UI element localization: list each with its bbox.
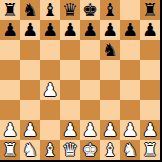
square-h7[interactable]: ♟ — [140, 20, 160, 40]
piece-white-rook[interactable]: ♜ — [142, 140, 158, 160]
square-f3[interactable] — [100, 100, 120, 120]
square-e6[interactable] — [80, 40, 100, 60]
piece-white-rook[interactable]: ♜ — [2, 140, 18, 160]
piece-black-bishop[interactable]: ♝ — [42, 0, 58, 20]
square-c4[interactable]: ♟ — [40, 80, 60, 100]
square-b2[interactable]: ♟ — [20, 120, 40, 140]
square-a8[interactable]: ♜ — [0, 0, 20, 20]
square-c2[interactable] — [40, 120, 60, 140]
square-a6[interactable] — [0, 40, 20, 60]
square-d7[interactable]: ♟ — [60, 20, 80, 40]
piece-white-pawn[interactable]: ♟ — [102, 120, 118, 140]
square-c8[interactable]: ♝ — [40, 0, 60, 20]
square-f8[interactable]: ♝ — [100, 0, 120, 20]
piece-black-knight[interactable]: ♞ — [102, 40, 118, 60]
square-b7[interactable]: ♟ — [20, 20, 40, 40]
piece-black-rook[interactable]: ♜ — [142, 0, 158, 20]
piece-white-knight[interactable]: ♞ — [22, 140, 38, 160]
square-f7[interactable]: ♟ — [100, 20, 120, 40]
square-e2[interactable]: ♟ — [80, 120, 100, 140]
square-f6[interactable]: ♞ — [100, 40, 120, 60]
piece-white-pawn[interactable]: ♟ — [142, 120, 158, 140]
piece-black-knight[interactable]: ♞ — [22, 0, 38, 20]
chess-board: ♜♞♝♛♚♝♜♟♟♟♟♟♟♟♟♞♟♟♟♟♟♟♟♟♜♞♝♛♚♝♞♜ — [0, 0, 160, 160]
square-b3[interactable] — [20, 100, 40, 120]
piece-white-pawn[interactable]: ♟ — [122, 120, 138, 140]
square-a5[interactable] — [0, 60, 20, 80]
square-e5[interactable] — [80, 60, 100, 80]
square-f1[interactable]: ♝ — [100, 140, 120, 160]
square-d2[interactable]: ♟ — [60, 120, 80, 140]
square-b5[interactable] — [20, 60, 40, 80]
square-g4[interactable] — [120, 80, 140, 100]
square-b4[interactable] — [20, 80, 40, 100]
piece-black-pawn[interactable]: ♟ — [22, 20, 38, 40]
square-d3[interactable] — [60, 100, 80, 120]
square-g7[interactable]: ♟ — [120, 20, 140, 40]
square-e8[interactable]: ♚ — [80, 0, 100, 20]
chess-board-frame: ♜♞♝♛♚♝♜♟♟♟♟♟♟♟♟♞♟♟♟♟♟♟♟♟♜♞♝♛♚♝♞♜ — [0, 0, 162, 162]
square-g1[interactable]: ♞ — [120, 140, 140, 160]
piece-black-pawn[interactable]: ♟ — [142, 20, 158, 40]
piece-black-bishop[interactable]: ♝ — [102, 0, 118, 20]
square-b1[interactable]: ♞ — [20, 140, 40, 160]
square-h6[interactable] — [140, 40, 160, 60]
square-c6[interactable] — [40, 40, 60, 60]
square-g3[interactable] — [120, 100, 140, 120]
square-e4[interactable] — [80, 80, 100, 100]
square-h3[interactable] — [140, 100, 160, 120]
square-c1[interactable]: ♝ — [40, 140, 60, 160]
piece-black-rook[interactable]: ♜ — [2, 0, 18, 20]
piece-white-king[interactable]: ♚ — [82, 140, 98, 160]
square-f5[interactable] — [100, 60, 120, 80]
square-c7[interactable]: ♟ — [40, 20, 60, 40]
square-a1[interactable]: ♜ — [0, 140, 20, 160]
square-d4[interactable] — [60, 80, 80, 100]
piece-white-pawn[interactable]: ♟ — [42, 80, 58, 100]
square-g5[interactable] — [120, 60, 140, 80]
piece-white-pawn[interactable]: ♟ — [82, 120, 98, 140]
square-a2[interactable]: ♟ — [0, 120, 20, 140]
square-b8[interactable]: ♞ — [20, 0, 40, 20]
square-d8[interactable]: ♛ — [60, 0, 80, 20]
piece-white-pawn[interactable]: ♟ — [2, 120, 18, 140]
piece-white-bishop[interactable]: ♝ — [42, 140, 58, 160]
piece-black-pawn[interactable]: ♟ — [42, 20, 58, 40]
square-h1[interactable]: ♜ — [140, 140, 160, 160]
square-e3[interactable] — [80, 100, 100, 120]
square-h2[interactable]: ♟ — [140, 120, 160, 140]
square-a3[interactable] — [0, 100, 20, 120]
square-d5[interactable] — [60, 60, 80, 80]
square-d6[interactable] — [60, 40, 80, 60]
piece-white-pawn[interactable]: ♟ — [62, 120, 78, 140]
piece-black-pawn[interactable]: ♟ — [62, 20, 78, 40]
piece-white-bishop[interactable]: ♝ — [102, 140, 118, 160]
square-a4[interactable] — [0, 80, 20, 100]
piece-black-pawn[interactable]: ♟ — [102, 20, 118, 40]
square-d1[interactable]: ♛ — [60, 140, 80, 160]
square-f4[interactable] — [100, 80, 120, 100]
piece-black-king[interactable]: ♚ — [82, 0, 98, 20]
square-g6[interactable] — [120, 40, 140, 60]
square-h5[interactable] — [140, 60, 160, 80]
square-e1[interactable]: ♚ — [80, 140, 100, 160]
piece-white-queen[interactable]: ♛ — [62, 140, 78, 160]
square-f2[interactable]: ♟ — [100, 120, 120, 140]
piece-black-pawn[interactable]: ♟ — [82, 20, 98, 40]
piece-white-pawn[interactable]: ♟ — [22, 120, 38, 140]
square-g8[interactable] — [120, 0, 140, 20]
square-h8[interactable]: ♜ — [140, 0, 160, 20]
square-g2[interactable]: ♟ — [120, 120, 140, 140]
piece-black-pawn[interactable]: ♟ — [122, 20, 138, 40]
square-e7[interactable]: ♟ — [80, 20, 100, 40]
square-b6[interactable] — [20, 40, 40, 60]
piece-white-knight[interactable]: ♞ — [122, 140, 138, 160]
square-h4[interactable] — [140, 80, 160, 100]
square-a7[interactable]: ♟ — [0, 20, 20, 40]
square-c3[interactable] — [40, 100, 60, 120]
piece-black-queen[interactable]: ♛ — [62, 0, 78, 20]
piece-black-pawn[interactable]: ♟ — [2, 20, 18, 40]
square-c5[interactable] — [40, 60, 60, 80]
